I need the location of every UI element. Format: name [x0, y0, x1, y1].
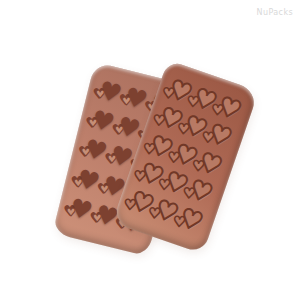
- small-heart-icon: ♥: [173, 214, 187, 229]
- small-heart-bump-icon: ♥: [92, 213, 102, 224]
- small-heart-bump-icon: ♥: [66, 206, 76, 217]
- small-heart-bump-icon: ♥: [88, 119, 98, 130]
- small-heart-icon: ♥: [123, 197, 137, 212]
- product-photo: NuPacks ♥♥♥♥♥♥♥♥♥♥♥♥♥♥♥♥♥♥♥♥♥♥♥♥♥♥♥♥♥♥♥♥…: [0, 0, 300, 300]
- small-heart-bump-icon: ♥: [114, 125, 124, 136]
- small-heart-bump-icon: ♥: [73, 177, 83, 188]
- small-heart-icon: ♥: [211, 102, 225, 117]
- small-heart-icon: ♥: [143, 141, 157, 156]
- small-heart-icon: ♥: [152, 113, 166, 128]
- small-heart-icon: ♥: [182, 186, 196, 201]
- small-heart-bump-icon: ♥: [121, 96, 131, 107]
- small-heart-bump-icon: ♥: [95, 89, 105, 100]
- small-heart-icon: ♥: [186, 94, 200, 109]
- small-heart-bump-icon: ♥: [99, 184, 109, 195]
- small-heart-icon: ♥: [167, 150, 181, 165]
- small-heart-icon: ♥: [133, 169, 147, 184]
- small-heart-icon: ♥: [162, 85, 176, 100]
- small-heart-icon: ♥: [158, 177, 172, 192]
- small-heart-bump-icon: ♥: [106, 154, 116, 165]
- small-heart-icon: ♥: [192, 158, 206, 173]
- watermark-text: NuPacks: [257, 8, 293, 17]
- small-heart-icon: ♥: [177, 122, 191, 137]
- small-heart-icon: ♥: [148, 205, 162, 220]
- small-heart-bump-icon: ♥: [81, 148, 91, 159]
- small-heart-icon: ♥: [201, 130, 215, 145]
